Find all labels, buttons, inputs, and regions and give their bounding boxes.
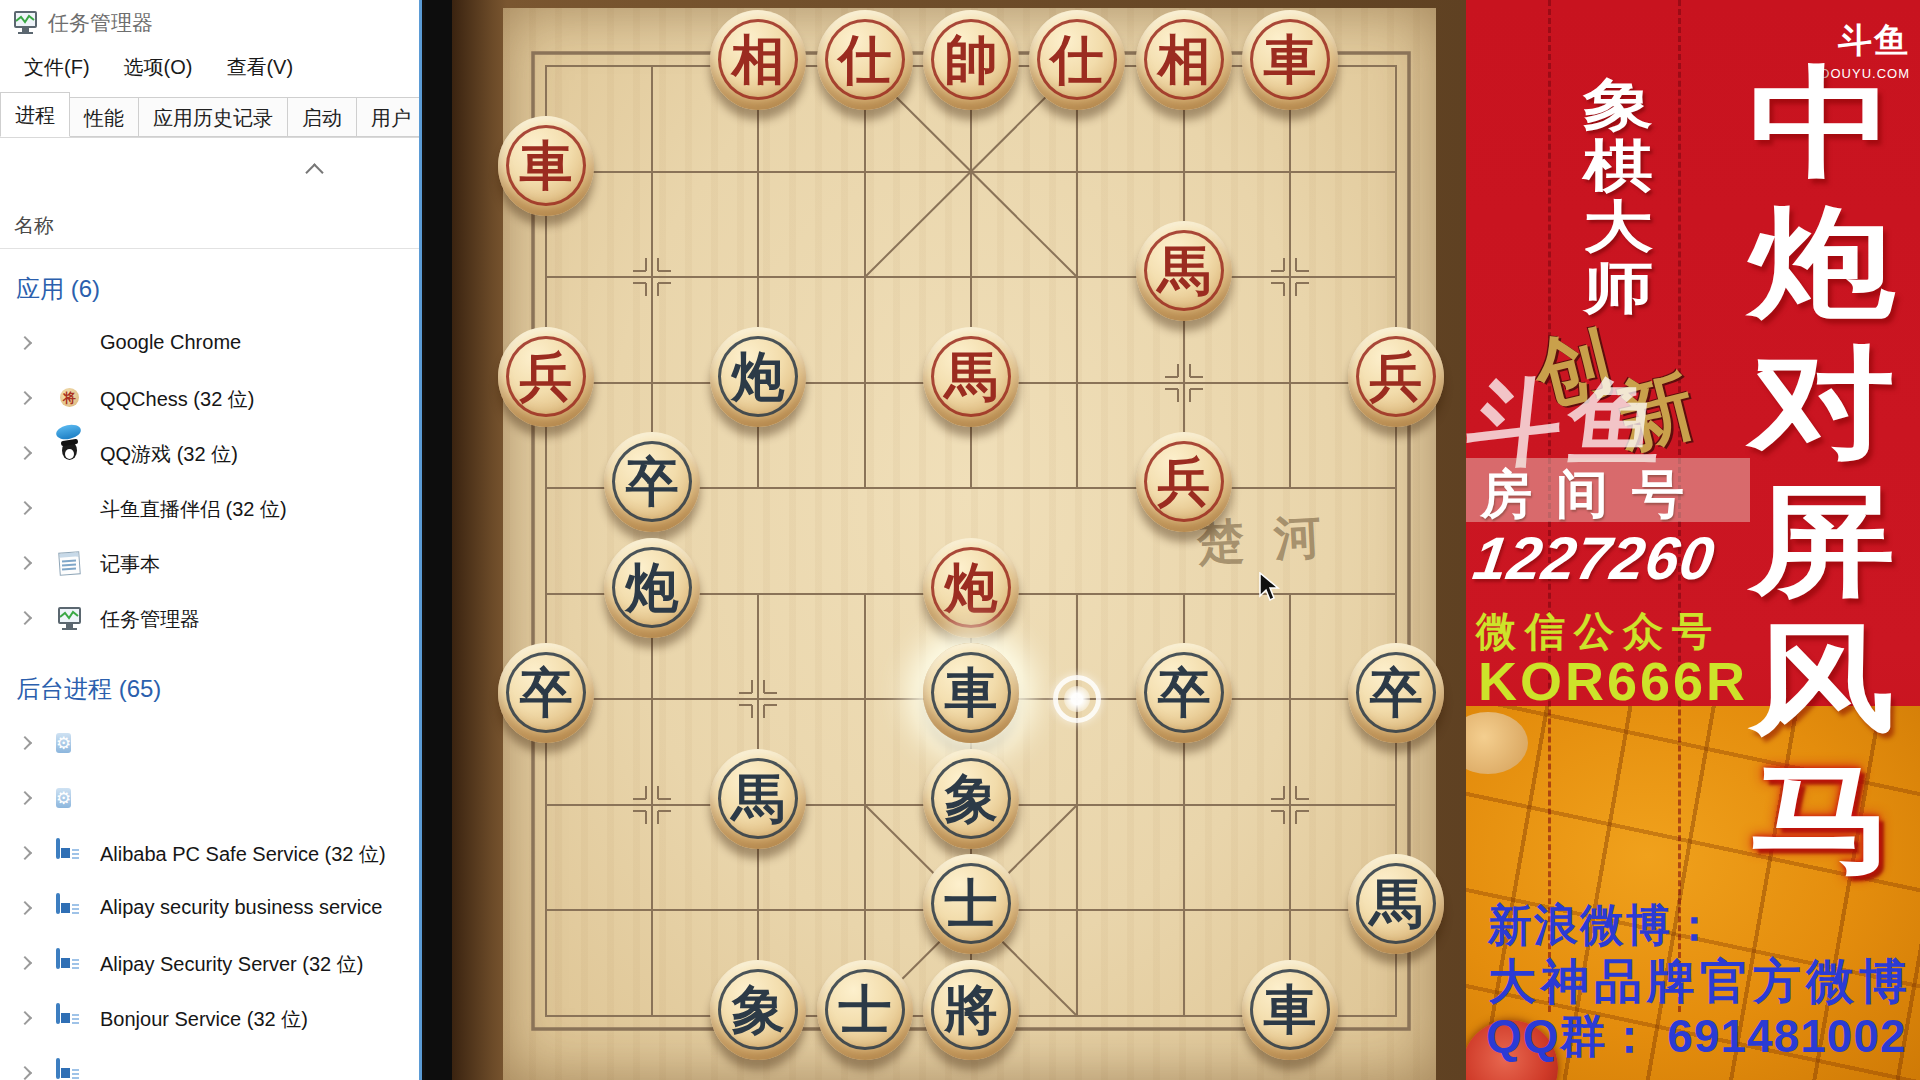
title-bar[interactable]: 任务管理器 (0, 0, 419, 42)
red-piece-車[interactable]: 車 (1242, 10, 1338, 110)
notepad-icon (56, 550, 83, 577)
piece-glyph: 卒 (626, 453, 679, 509)
piece-glyph: 車 (1264, 981, 1317, 1037)
expand-arrow-icon[interactable] (18, 391, 32, 405)
window-icon (56, 895, 83, 922)
tab-启动[interactable]: 启动 (288, 97, 357, 137)
main-title-char: 对 (1712, 332, 1920, 472)
black-piece-馬[interactable]: 馬 (710, 749, 806, 849)
process-row[interactable]: ⚙ (0, 771, 419, 826)
piece-glyph: 仕 (839, 31, 892, 87)
chrome-icon (56, 330, 83, 357)
red-piece-車[interactable]: 車 (498, 116, 594, 216)
move-target-indicator (1053, 675, 1101, 723)
piece-glyph: 馬 (732, 770, 785, 826)
mouse-cursor (1258, 572, 1284, 602)
black-piece-卒[interactable]: 卒 (1348, 643, 1444, 743)
expand-arrow-icon[interactable] (18, 501, 32, 515)
piece-glyph: 馬 (1370, 875, 1423, 931)
main-title-char: 屏 (1712, 470, 1920, 610)
weibo-name: 大神品牌官方微博 (1488, 950, 1912, 1014)
main-title-char: 炮 (1712, 192, 1920, 332)
process-name: 斗鱼直播伴侣 (32 位) (100, 496, 287, 523)
qqgame-icon (56, 440, 83, 467)
red-piece-馬[interactable]: 馬 (1136, 221, 1232, 321)
process-name: Alibaba PC Safe Service (32 位) (100, 841, 386, 868)
menu-item[interactable]: 查看(V) (216, 48, 303, 87)
xiangqi-game-window: 楚河 漢界 相仕帥仕相車車馬兵炮馬兵卒兵炮炮卒車卒卒馬象士馬象士將車 (452, 0, 1466, 1080)
menu-item[interactable]: 文件(F) (14, 48, 100, 87)
piece-glyph: 兵 (1158, 453, 1211, 509)
piece-glyph: 馬 (1158, 242, 1211, 298)
piece-glyph: 卒 (1370, 664, 1423, 720)
weibo-label: 新浪微博： (1488, 896, 1718, 955)
piece-glyph: 車 (945, 664, 998, 720)
process-name: QQChess (32 位) (100, 386, 254, 413)
screen: 任务管理器 文件(F)选项(O)查看(V) 进程性能应用历史记录启动用户详细信息… (0, 0, 1920, 1080)
red-piece-帥[interactable]: 帥 (923, 10, 1019, 110)
black-piece-炮[interactable]: 炮 (604, 538, 700, 638)
process-row[interactable] (0, 1046, 419, 1080)
expand-arrow-icon[interactable] (18, 446, 32, 460)
process-row[interactable]: Alipay Security Server (32 位) (0, 936, 419, 991)
taskmgr-icon (56, 605, 83, 632)
tab-bar: 进程性能应用历史记录启动用户详细信息 (0, 92, 419, 138)
gear-icon: ⚙ (56, 785, 83, 812)
process-row[interactable]: Google Chrome (0, 316, 419, 371)
piece-glyph: 炮 (626, 559, 679, 615)
chevron-up-icon (305, 163, 323, 181)
red-piece-相[interactable]: 相 (710, 10, 806, 110)
expand-arrow-icon[interactable] (18, 611, 32, 625)
window-icon (56, 950, 83, 977)
task-manager-window: 任务管理器 文件(F)选项(O)查看(V) 进程性能应用历史记录启动用户详细信息… (0, 0, 422, 1080)
black-piece-車[interactable]: 車 (1242, 960, 1338, 1060)
expand-arrow-icon[interactable] (18, 846, 32, 860)
process-name: Alipay Security Server (32 位) (100, 951, 363, 978)
expand-arrow-icon[interactable] (18, 791, 32, 805)
main-title-char: 马 (1712, 748, 1920, 888)
black-piece-象[interactable]: 象 (923, 749, 1019, 849)
piece-glyph: 象 (945, 770, 998, 826)
expand-arrow-icon[interactable] (18, 336, 32, 350)
black-piece-卒[interactable]: 卒 (498, 643, 594, 743)
process-row[interactable]: 记事本 (0, 536, 419, 591)
column-header-name[interactable]: 名称 (14, 212, 54, 239)
black-piece-車[interactable]: 車 (923, 643, 1019, 743)
process-group-header[interactable]: 后台进程 (65) (0, 662, 419, 716)
tab-性能[interactable]: 性能 (70, 97, 139, 137)
expand-arrow-icon[interactable] (18, 901, 32, 915)
tab-应用历史记录[interactable]: 应用历史记录 (139, 97, 288, 137)
expand-arrow-icon[interactable] (18, 1011, 32, 1025)
black-piece-將[interactable]: 將 (923, 960, 1019, 1060)
window-icon (56, 1005, 83, 1032)
red-piece-兵[interactable]: 兵 (1136, 432, 1232, 532)
piece-glyph: 相 (732, 31, 785, 87)
room-number: 1227260 (1469, 524, 1719, 593)
main-title-char: 风 (1712, 608, 1920, 748)
qqchess-icon (56, 385, 83, 412)
header-separator (0, 248, 419, 249)
black-piece-士[interactable]: 士 (817, 960, 913, 1060)
piece-glyph: 帥 (945, 31, 998, 87)
piece-glyph: 士 (839, 981, 892, 1037)
red-piece-炮[interactable]: 炮 (923, 538, 1019, 638)
piece-glyph: 炮 (732, 348, 785, 404)
piece-glyph: 兵 (1370, 348, 1423, 404)
process-row[interactable]: QQChess (32 位) (0, 371, 419, 426)
process-name: 任务管理器 (100, 606, 200, 633)
window-icon (56, 840, 83, 867)
gear-icon: ⚙ (56, 730, 83, 757)
red-piece-仕[interactable]: 仕 (1029, 10, 1125, 110)
process-row[interactable]: Bonjour Service (32 位) (0, 991, 419, 1046)
process-group-header[interactable]: 应用 (6) (0, 262, 419, 316)
window-title: 任务管理器 (48, 9, 153, 37)
side-title-char: 师 (1549, 251, 1687, 327)
piece-glyph: 仕 (1051, 31, 1104, 87)
piece-glyph: 車 (1264, 31, 1317, 87)
process-row[interactable]: Alibaba PC Safe Service (32 位) (0, 826, 419, 881)
tab-进程[interactable]: 进程 (0, 92, 70, 137)
piece-glyph: 士 (945, 875, 998, 931)
piece-glyph: 卒 (520, 664, 573, 720)
menu-bar: 文件(F)选项(O)查看(V) (0, 48, 419, 84)
wechat-id: KOR666R (1478, 650, 1748, 712)
room-number-label: 房间号 (1480, 460, 1708, 530)
photo-piece-icon (1466, 712, 1528, 774)
piece-glyph: 馬 (945, 348, 998, 404)
process-row[interactable]: QQ游戏 (32 位) (0, 426, 419, 481)
douyu-icon (56, 495, 83, 522)
piece-glyph: 象 (732, 981, 785, 1037)
red-piece-兵[interactable]: 兵 (1348, 327, 1444, 427)
black-piece-卒[interactable]: 卒 (1136, 643, 1232, 743)
window-gap (425, 0, 452, 1080)
expand-arrow-icon[interactable] (18, 1066, 32, 1080)
black-piece-馬[interactable]: 馬 (1348, 854, 1444, 954)
process-row[interactable]: ⚙ (0, 716, 419, 771)
expand-arrow-icon[interactable] (18, 956, 32, 970)
black-piece-象[interactable]: 象 (710, 960, 806, 1060)
tab-用户[interactable]: 用户 (357, 97, 422, 137)
piece-glyph: 將 (945, 981, 998, 1037)
red-piece-兵[interactable]: 兵 (498, 327, 594, 427)
black-piece-炮[interactable]: 炮 (710, 327, 806, 427)
window-icon (56, 1060, 83, 1080)
piece-glyph: 相 (1158, 31, 1211, 87)
red-piece-馬[interactable]: 馬 (923, 327, 1019, 427)
expand-arrow-icon[interactable] (18, 736, 32, 750)
process-name: Bonjour Service (32 位) (100, 1006, 308, 1033)
menu-item[interactable]: 选项(O) (114, 48, 203, 87)
stream-banner: 斗鱼 DOUYU.COM 象棋大师 创新 斗鱼 房间号 1227260 微信公众… (1466, 0, 1920, 1080)
black-piece-士[interactable]: 士 (923, 854, 1019, 954)
piece-glyph: 兵 (520, 348, 573, 404)
process-name: Google Chrome (100, 331, 241, 354)
main-title-char: 中 (1712, 52, 1920, 192)
process-name: 记事本 (100, 551, 160, 578)
black-piece-卒[interactable]: 卒 (604, 432, 700, 532)
process-name: QQ游戏 (32 位) (100, 441, 238, 468)
process-name: Alipay security business service (100, 896, 382, 919)
expand-arrow-icon[interactable] (18, 556, 32, 570)
qq-group: QQ群： 691481002 (1486, 1006, 1907, 1068)
piece-glyph: 炮 (945, 559, 998, 615)
piece-glyph: 卒 (1158, 664, 1211, 720)
process-list: 应用 (6)Google ChromeQQChess (32 位)QQ游戏 (3… (0, 262, 419, 1080)
process-row[interactable]: Alipay security business service (0, 881, 419, 936)
process-row[interactable]: 斗鱼直播伴侣 (32 位) (0, 481, 419, 536)
collapse-button[interactable] (300, 158, 328, 184)
piece-glyph: 車 (520, 137, 573, 193)
red-piece-相[interactable]: 相 (1136, 10, 1232, 110)
red-piece-仕[interactable]: 仕 (817, 10, 913, 110)
process-row[interactable]: 任务管理器 (0, 591, 419, 646)
